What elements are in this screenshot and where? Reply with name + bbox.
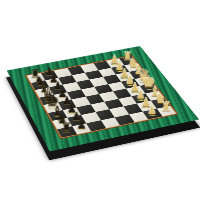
product-photo: ♜♟♟♜♞♟♟♞♝♟♟♝♛♟♟♛♚♟♟♚♝♟♟♝♞♟♟♞♜♟♟♜ [0,0,200,200]
